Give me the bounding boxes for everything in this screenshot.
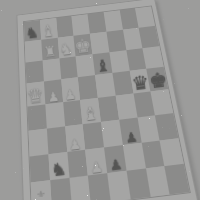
square-r3c1[interactable] bbox=[26, 60, 44, 84]
square-r5c2[interactable] bbox=[45, 102, 65, 128]
square-r7c6[interactable] bbox=[123, 142, 146, 171]
square-r7c8[interactable] bbox=[160, 138, 184, 167]
white-pawn[interactable]: ♟ bbox=[47, 90, 60, 104]
square-r2c3[interactable]: ♞ bbox=[57, 36, 75, 58]
square-r4c1[interactable]: ♛ bbox=[27, 82, 46, 107]
white-rook[interactable]: ♜ bbox=[43, 44, 57, 60]
perspective-scene: ♞♝♜♞♚♝♛♟♟♛♚♝♟♟♞♟♟⚜ bbox=[0, 0, 200, 200]
square-r6c2[interactable] bbox=[47, 126, 67, 154]
black-knight[interactable]: ♞ bbox=[50, 161, 68, 180]
square-r5c1[interactable] bbox=[27, 104, 46, 130]
square-r5c6[interactable] bbox=[115, 94, 137, 120]
white-queen[interactable]: ♛ bbox=[26, 86, 45, 107]
square-r7c7[interactable] bbox=[141, 140, 165, 169]
board-frame: ♞♝♜♞♚♝♛♟♟♛♚♝♟♟♞♟♟⚜ bbox=[16, 0, 199, 200]
square-r6c5[interactable] bbox=[101, 119, 123, 146]
black-bishop[interactable]: ♝ bbox=[94, 57, 111, 75]
white-pawn[interactable]: ♟ bbox=[64, 88, 77, 102]
square-r8c1[interactable]: ⚜ bbox=[31, 181, 52, 200]
square-r2c6[interactable] bbox=[106, 30, 126, 52]
square-r2c1[interactable] bbox=[25, 40, 43, 63]
square-r6c6[interactable]: ♟ bbox=[119, 117, 141, 144]
square-r1c8[interactable] bbox=[135, 6, 155, 27]
square-r7c1[interactable] bbox=[30, 154, 50, 183]
square-r1c3[interactable] bbox=[56, 16, 74, 37]
square-r6c8[interactable] bbox=[155, 113, 178, 140]
square-r4c7[interactable]: ♛ bbox=[129, 69, 150, 94]
square-r1c1[interactable]: ♞ bbox=[24, 20, 41, 42]
square-r2c8[interactable] bbox=[139, 26, 159, 48]
square-r3c2[interactable] bbox=[42, 58, 60, 82]
square-r4c5[interactable] bbox=[95, 73, 115, 98]
square-r6c1[interactable] bbox=[29, 128, 49, 156]
white-bishop[interactable]: ♝ bbox=[40, 22, 56, 39]
square-r4c8[interactable]: ♚ bbox=[146, 67, 168, 92]
white-knight[interactable]: ♞ bbox=[59, 41, 74, 58]
board-tilt-wrapper: ♞♝♜♞♚♝♛♟♟♛♚♝♟♟♞♟♟⚜ bbox=[0, 0, 200, 200]
square-r5c7[interactable] bbox=[133, 91, 155, 117]
square-r5c8[interactable] bbox=[151, 89, 173, 115]
chess-board: ♞♝♜♞♚♝♛♟♟♛♚♝♟♟♞♟♟⚜ bbox=[23, 5, 191, 200]
black-king[interactable]: ♚ bbox=[148, 69, 168, 91]
white-bishop[interactable]: ♝ bbox=[82, 105, 100, 124]
square-r4c2[interactable]: ♟ bbox=[44, 80, 63, 105]
square-r4c4[interactable] bbox=[78, 75, 98, 100]
square-r2c2[interactable]: ♜ bbox=[41, 38, 59, 61]
square-r8c8[interactable] bbox=[165, 164, 190, 194]
square-r3c8[interactable] bbox=[143, 46, 164, 69]
chessboard-photo: ♞♝♜♞♚♝♛♟♟♛♚♝♟♟♞♟♟⚜ bbox=[0, 0, 200, 200]
square-r6c4[interactable] bbox=[83, 122, 104, 149]
square-r6c3[interactable]: ♟ bbox=[65, 124, 86, 152]
square-r7c2[interactable]: ♞ bbox=[48, 151, 69, 180]
square-r1c2[interactable]: ♝ bbox=[40, 18, 58, 39]
square-r8c2[interactable] bbox=[50, 178, 71, 200]
board-corner-stamp-icon: ⚜ bbox=[36, 189, 47, 200]
